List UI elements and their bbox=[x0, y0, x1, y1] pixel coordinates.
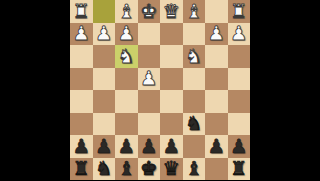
piece-black-queen[interactable]: ♛ bbox=[163, 159, 180, 179]
piece-white-pawn[interactable]: ♟ bbox=[208, 24, 225, 44]
chess-board: ♜♝♚♛♝♜♟♟♟♟♟♞♞♟♞♟♟♟♟♟♟♟♜♞♝♚♛♝♜ bbox=[70, 0, 250, 180]
square-c8[interactable]: ♝ bbox=[183, 158, 206, 181]
piece-black-knight[interactable]: ♞ bbox=[95, 159, 112, 179]
square-h1[interactable]: ♜ bbox=[70, 0, 93, 23]
square-f5[interactable] bbox=[115, 90, 138, 113]
piece-black-pawn[interactable]: ♟ bbox=[95, 136, 112, 156]
square-d5[interactable] bbox=[160, 90, 183, 113]
square-c1[interactable]: ♝ bbox=[183, 0, 206, 23]
piece-black-bishop[interactable]: ♝ bbox=[185, 159, 202, 179]
square-c3[interactable]: ♞ bbox=[183, 45, 206, 68]
square-d4[interactable] bbox=[160, 68, 183, 91]
square-b1[interactable] bbox=[205, 0, 228, 23]
square-a4[interactable] bbox=[228, 68, 251, 91]
square-c4[interactable] bbox=[183, 68, 206, 91]
square-b8[interactable] bbox=[205, 158, 228, 181]
square-c6[interactable]: ♞ bbox=[183, 113, 206, 136]
square-a2[interactable]: ♟ bbox=[228, 23, 251, 46]
square-g7[interactable]: ♟ bbox=[93, 135, 116, 158]
square-d7[interactable]: ♟ bbox=[160, 135, 183, 158]
piece-white-rook[interactable]: ♜ bbox=[230, 1, 247, 21]
square-a8[interactable]: ♜ bbox=[228, 158, 251, 181]
square-c7[interactable] bbox=[183, 135, 206, 158]
square-h6[interactable] bbox=[70, 113, 93, 136]
square-a7[interactable]: ♟ bbox=[228, 135, 251, 158]
square-g4[interactable] bbox=[93, 68, 116, 91]
square-c5[interactable] bbox=[183, 90, 206, 113]
piece-white-knight[interactable]: ♞ bbox=[118, 46, 135, 66]
square-d1[interactable]: ♛ bbox=[160, 0, 183, 23]
piece-black-rook[interactable]: ♜ bbox=[73, 159, 90, 179]
piece-white-pawn[interactable]: ♟ bbox=[95, 24, 112, 44]
square-a3[interactable] bbox=[228, 45, 251, 68]
square-c2[interactable] bbox=[183, 23, 206, 46]
square-f8[interactable]: ♝ bbox=[115, 158, 138, 181]
piece-white-king[interactable]: ♚ bbox=[140, 1, 157, 21]
square-d3[interactable] bbox=[160, 45, 183, 68]
square-b3[interactable] bbox=[205, 45, 228, 68]
square-d2[interactable] bbox=[160, 23, 183, 46]
piece-black-pawn[interactable]: ♟ bbox=[118, 136, 135, 156]
square-d8[interactable]: ♛ bbox=[160, 158, 183, 181]
square-b2[interactable]: ♟ bbox=[205, 23, 228, 46]
square-e4[interactable]: ♟ bbox=[138, 68, 161, 91]
square-g8[interactable]: ♞ bbox=[93, 158, 116, 181]
piece-black-rook[interactable]: ♜ bbox=[230, 159, 247, 179]
piece-white-knight[interactable]: ♞ bbox=[185, 46, 202, 66]
piece-black-pawn[interactable]: ♟ bbox=[73, 136, 90, 156]
square-a1[interactable]: ♜ bbox=[228, 0, 251, 23]
square-h4[interactable] bbox=[70, 68, 93, 91]
square-f2[interactable]: ♟ bbox=[115, 23, 138, 46]
square-f4[interactable] bbox=[115, 68, 138, 91]
square-h5[interactable] bbox=[70, 90, 93, 113]
square-e5[interactable] bbox=[138, 90, 161, 113]
piece-black-knight[interactable]: ♞ bbox=[185, 114, 202, 134]
piece-black-king[interactable]: ♚ bbox=[140, 159, 157, 179]
piece-white-pawn[interactable]: ♟ bbox=[73, 24, 90, 44]
square-h2[interactable]: ♟ bbox=[70, 23, 93, 46]
app-canvas: ♜♝♚♛♝♜♟♟♟♟♟♞♞♟♞♟♟♟♟♟♟♟♜♞♝♚♛♝♜ bbox=[0, 0, 320, 180]
square-g3[interactable] bbox=[93, 45, 116, 68]
square-b7[interactable]: ♟ bbox=[205, 135, 228, 158]
square-h3[interactable] bbox=[70, 45, 93, 68]
piece-white-bishop[interactable]: ♝ bbox=[185, 1, 202, 21]
square-e7[interactable]: ♟ bbox=[138, 135, 161, 158]
square-e3[interactable] bbox=[138, 45, 161, 68]
piece-white-queen[interactable]: ♛ bbox=[163, 1, 180, 21]
square-g1[interactable] bbox=[93, 0, 116, 23]
piece-black-bishop[interactable]: ♝ bbox=[118, 159, 135, 179]
piece-white-rook[interactable]: ♜ bbox=[73, 1, 90, 21]
square-g2[interactable]: ♟ bbox=[93, 23, 116, 46]
right-letterbox bbox=[250, 0, 320, 180]
piece-white-bishop[interactable]: ♝ bbox=[118, 1, 135, 21]
piece-black-pawn[interactable]: ♟ bbox=[163, 136, 180, 156]
piece-black-pawn[interactable]: ♟ bbox=[140, 136, 157, 156]
square-g6[interactable] bbox=[93, 113, 116, 136]
square-e6[interactable] bbox=[138, 113, 161, 136]
piece-white-pawn[interactable]: ♟ bbox=[140, 69, 157, 89]
square-f3[interactable]: ♞ bbox=[115, 45, 138, 68]
square-a6[interactable] bbox=[228, 113, 251, 136]
square-d6[interactable] bbox=[160, 113, 183, 136]
square-e8[interactable]: ♚ bbox=[138, 158, 161, 181]
square-f1[interactable]: ♝ bbox=[115, 0, 138, 23]
piece-black-pawn[interactable]: ♟ bbox=[208, 136, 225, 156]
square-f6[interactable] bbox=[115, 113, 138, 136]
square-g5[interactable] bbox=[93, 90, 116, 113]
left-letterbox bbox=[0, 0, 70, 180]
square-b6[interactable] bbox=[205, 113, 228, 136]
square-a5[interactable] bbox=[228, 90, 251, 113]
piece-white-pawn[interactable]: ♟ bbox=[118, 24, 135, 44]
square-f7[interactable]: ♟ bbox=[115, 135, 138, 158]
square-b5[interactable] bbox=[205, 90, 228, 113]
square-e2[interactable] bbox=[138, 23, 161, 46]
square-h7[interactable]: ♟ bbox=[70, 135, 93, 158]
piece-white-pawn[interactable]: ♟ bbox=[230, 24, 247, 44]
square-b4[interactable] bbox=[205, 68, 228, 91]
square-e1[interactable]: ♚ bbox=[138, 0, 161, 23]
square-h8[interactable]: ♜ bbox=[70, 158, 93, 181]
piece-black-pawn[interactable]: ♟ bbox=[230, 136, 247, 156]
